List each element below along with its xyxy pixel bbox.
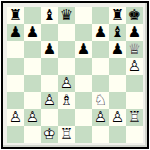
square-b4[interactable] xyxy=(24,75,41,92)
square-a3[interactable] xyxy=(7,92,24,109)
white-pawn-piece: ♙ xyxy=(126,58,143,75)
white-queen-piece: ♕ xyxy=(126,41,143,58)
square-f8[interactable] xyxy=(92,7,109,24)
square-h4[interactable] xyxy=(126,75,143,92)
square-g1[interactable] xyxy=(109,126,126,143)
square-a4[interactable] xyxy=(7,75,24,92)
square-f4[interactable] xyxy=(92,75,109,92)
square-c7[interactable] xyxy=(41,24,58,41)
square-b6[interactable] xyxy=(24,41,41,58)
black-pawn-piece: ♟ xyxy=(109,41,126,58)
square-e5[interactable] xyxy=(75,58,92,75)
white-pawn-piece: ♙ xyxy=(109,109,126,126)
square-h8[interactable]: ♚ xyxy=(126,7,143,24)
square-c2[interactable] xyxy=(41,109,58,126)
square-h2[interactable]: ♜♖ xyxy=(126,109,143,126)
square-a6[interactable] xyxy=(7,41,24,58)
square-a5[interactable] xyxy=(7,58,24,75)
black-pawn-piece: ♟ xyxy=(7,24,24,41)
square-h3[interactable] xyxy=(126,92,143,109)
square-a2[interactable]: ♟♙ xyxy=(7,109,24,126)
square-c6[interactable]: ♟ xyxy=(41,41,58,58)
square-g7[interactable]: ♝ xyxy=(109,24,126,41)
white-pawn-piece: ♙ xyxy=(41,92,58,109)
square-g3[interactable] xyxy=(109,92,126,109)
square-e7[interactable] xyxy=(75,24,92,41)
square-c5[interactable] xyxy=(41,58,58,75)
square-d5[interactable] xyxy=(58,58,75,75)
black-king-piece: ♚ xyxy=(126,7,143,24)
white-bishop-piece: ♗ xyxy=(58,92,75,109)
square-d4[interactable]: ♟♙ xyxy=(58,75,75,92)
square-b2[interactable]: ♟♙ xyxy=(24,109,41,126)
black-rook-piece: ♜ xyxy=(7,7,24,24)
square-e6[interactable]: ♟ xyxy=(75,41,92,58)
white-rook-piece: ♖ xyxy=(126,109,143,126)
square-f7[interactable]: ♟ xyxy=(92,24,109,41)
square-c8[interactable]: ♝ xyxy=(41,7,58,24)
white-pawn-piece: ♙ xyxy=(7,109,24,126)
square-d6[interactable] xyxy=(58,41,75,58)
square-h7[interactable]: ♟ xyxy=(126,24,143,41)
square-c4[interactable] xyxy=(41,75,58,92)
diagram-background: ♜♝♛♜♚♟♟♟♝♟♟♟♟♛♕♟♙♟♙♟♙♝♗♞♘♟♙♟♙♟♙♟♙♜♖♚♔♜♖ xyxy=(0,0,150,150)
square-f5[interactable] xyxy=(92,58,109,75)
square-a8[interactable]: ♜ xyxy=(7,7,24,24)
white-rook-piece: ♖ xyxy=(58,126,75,143)
white-king-piece: ♔ xyxy=(41,126,58,143)
square-d1[interactable]: ♜♖ xyxy=(58,126,75,143)
square-d2[interactable] xyxy=(58,109,75,126)
square-c3[interactable]: ♟♙ xyxy=(41,92,58,109)
square-h5[interactable]: ♟♙ xyxy=(126,58,143,75)
square-b1[interactable] xyxy=(24,126,41,143)
white-pawn-piece: ♙ xyxy=(58,75,75,92)
square-f1[interactable] xyxy=(92,126,109,143)
black-queen-piece: ♛ xyxy=(58,7,75,24)
square-d3[interactable]: ♝♗ xyxy=(58,92,75,109)
black-bishop-piece: ♝ xyxy=(109,24,126,41)
square-b3[interactable] xyxy=(24,92,41,109)
board-frame: ♜♝♛♜♚♟♟♟♝♟♟♟♟♛♕♟♙♟♙♟♙♝♗♞♘♟♙♟♙♟♙♟♙♜♖♚♔♜♖ xyxy=(1,1,149,149)
square-b8[interactable] xyxy=(24,7,41,24)
square-a1[interactable] xyxy=(7,126,24,143)
square-b5[interactable] xyxy=(24,58,41,75)
square-e8[interactable] xyxy=(75,7,92,24)
square-e1[interactable] xyxy=(75,126,92,143)
black-rook-piece: ♜ xyxy=(109,7,126,24)
white-pawn-piece: ♙ xyxy=(92,109,109,126)
square-e3[interactable] xyxy=(75,92,92,109)
square-g8[interactable]: ♜ xyxy=(109,7,126,24)
square-g5[interactable] xyxy=(109,58,126,75)
chess-board: ♜♝♛♜♚♟♟♟♝♟♟♟♟♛♕♟♙♟♙♟♙♝♗♞♘♟♙♟♙♟♙♟♙♜♖♚♔♜♖ xyxy=(7,7,143,143)
black-pawn-piece: ♟ xyxy=(92,24,109,41)
square-f3[interactable]: ♞♘ xyxy=(92,92,109,109)
black-pawn-piece: ♟ xyxy=(24,24,41,41)
square-a7[interactable]: ♟ xyxy=(7,24,24,41)
white-pawn-piece: ♙ xyxy=(24,109,41,126)
square-g2[interactable]: ♟♙ xyxy=(109,109,126,126)
square-e2[interactable] xyxy=(75,109,92,126)
square-g6[interactable]: ♟ xyxy=(109,41,126,58)
square-g4[interactable] xyxy=(109,75,126,92)
black-pawn-piece: ♟ xyxy=(126,24,143,41)
square-d8[interactable]: ♛ xyxy=(58,7,75,24)
square-h6[interactable]: ♛♕ xyxy=(126,41,143,58)
black-pawn-piece: ♟ xyxy=(41,41,58,58)
square-c1[interactable]: ♚♔ xyxy=(41,126,58,143)
square-h1[interactable] xyxy=(126,126,143,143)
square-f6[interactable] xyxy=(92,41,109,58)
black-bishop-piece: ♝ xyxy=(41,7,58,24)
square-e4[interactable] xyxy=(75,75,92,92)
square-f2[interactable]: ♟♙ xyxy=(92,109,109,126)
black-pawn-piece: ♟ xyxy=(75,41,92,58)
square-d7[interactable] xyxy=(58,24,75,41)
square-b7[interactable]: ♟ xyxy=(24,24,41,41)
white-knight-piece: ♘ xyxy=(92,92,109,109)
